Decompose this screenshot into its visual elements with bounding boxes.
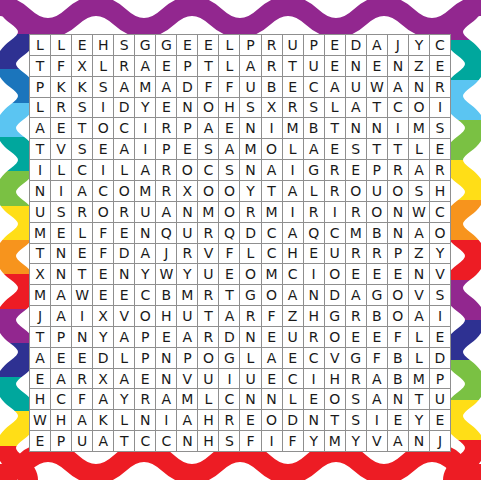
grid-cell[interactable]: N <box>388 202 408 222</box>
grid-cell[interactable]: R <box>72 369 92 389</box>
grid-cell[interactable]: A <box>304 139 324 159</box>
grid-cell[interactable]: P <box>304 35 324 55</box>
grid-cell[interactable]: C <box>135 285 155 305</box>
grid-cell[interactable]: E <box>430 56 450 76</box>
grid-cell[interactable]: Y <box>177 264 197 284</box>
grid-cell[interactable]: M <box>135 181 155 201</box>
grid-cell[interactable]: Y <box>409 35 429 55</box>
grid-cell[interactable]: M <box>262 264 282 284</box>
grid-cell[interactable]: N <box>135 223 155 243</box>
grid-cell[interactable]: R <box>283 98 303 118</box>
grid-cell[interactable]: U <box>240 369 260 389</box>
grid-cell[interactable]: S <box>430 118 450 138</box>
grid-cell[interactable]: N <box>388 56 408 76</box>
grid-cell[interactable]: R <box>325 160 345 180</box>
grid-cell[interactable]: I <box>262 118 282 138</box>
grid-cell[interactable]: N <box>240 118 260 138</box>
grid-cell[interactable]: Y <box>304 431 324 451</box>
grid-cell[interactable]: D <box>430 348 450 368</box>
grid-cell[interactable]: A <box>367 389 387 409</box>
grid-cell[interactable]: H <box>430 181 450 201</box>
grid-cell[interactable]: L <box>198 389 218 409</box>
grid-cell[interactable]: A <box>198 118 218 138</box>
grid-cell[interactable]: B <box>156 285 176 305</box>
grid-cell[interactable]: I <box>325 202 345 222</box>
grid-cell[interactable]: I <box>135 139 155 159</box>
grid-cell[interactable]: E <box>367 264 387 284</box>
grid-cell[interactable]: N <box>177 431 197 451</box>
grid-cell[interactable]: U <box>325 244 345 264</box>
grid-cell[interactable]: E <box>304 244 324 264</box>
grid-cell[interactable]: C <box>283 369 303 389</box>
grid-cell[interactable]: T <box>388 139 408 159</box>
grid-cell[interactable]: F <box>262 306 282 326</box>
grid-cell[interactable]: E <box>72 244 92 264</box>
grid-cell[interactable]: E <box>114 223 134 243</box>
grid-cell[interactable]: S <box>93 77 113 97</box>
grid-cell[interactable]: O <box>388 181 408 201</box>
grid-cell[interactable]: E <box>72 348 92 368</box>
grid-cell[interactable]: E <box>219 264 239 284</box>
grid-cell[interactable]: L <box>240 348 260 368</box>
grid-cell[interactable]: A <box>156 77 176 97</box>
grid-cell[interactable]: X <box>177 181 197 201</box>
grid-cell[interactable]: R <box>240 202 260 222</box>
grid-cell[interactable]: R <box>156 181 176 201</box>
grid-cell[interactable]: E <box>156 327 176 347</box>
grid-cell[interactable]: M <box>262 202 282 222</box>
grid-cell[interactable]: R <box>156 160 176 180</box>
grid-cell[interactable]: I <box>93 98 113 118</box>
grid-cell[interactable]: S <box>430 285 450 305</box>
grid-cell[interactable]: H <box>304 306 324 326</box>
grid-cell[interactable]: D <box>114 244 134 264</box>
grid-cell[interactable]: A <box>283 285 303 305</box>
grid-cell[interactable]: U <box>283 327 303 347</box>
grid-cell[interactable]: L <box>325 98 345 118</box>
grid-cell[interactable]: U <box>198 264 218 284</box>
grid-cell[interactable]: Y <box>346 431 366 451</box>
grid-cell[interactable]: Q <box>156 223 176 243</box>
grid-cell[interactable]: C <box>304 77 324 97</box>
grid-cell[interactable]: E <box>325 35 345 55</box>
grid-cell[interactable]: E <box>325 56 345 76</box>
grid-cell[interactable]: B <box>304 118 324 138</box>
grid-cell[interactable]: M <box>177 389 197 409</box>
grid-cell[interactable]: V <box>114 306 134 326</box>
grid-cell[interactable]: P <box>177 348 197 368</box>
grid-cell[interactable]: Y <box>135 98 155 118</box>
grid-cell[interactable]: K <box>51 77 71 97</box>
grid-cell[interactable]: F <box>219 77 239 97</box>
grid-cell[interactable]: I <box>156 410 176 430</box>
grid-cell[interactable]: M <box>346 223 366 243</box>
grid-cell[interactable]: E <box>51 223 71 243</box>
grid-cell[interactable]: R <box>51 98 71 118</box>
grid-cell[interactable]: R <box>325 181 345 201</box>
grid-cell[interactable]: A <box>283 181 303 201</box>
grid-cell[interactable]: O <box>93 118 113 138</box>
grid-cell[interactable]: W <box>409 202 429 222</box>
grid-cell[interactable]: A <box>409 160 429 180</box>
grid-cell[interactable]: E <box>346 264 366 284</box>
grid-cell[interactable]: N <box>156 348 176 368</box>
grid-cell[interactable]: V <box>409 285 429 305</box>
grid-cell[interactable]: A <box>156 202 176 222</box>
grid-cell[interactable]: C <box>304 348 324 368</box>
grid-cell[interactable]: R <box>346 202 366 222</box>
grid-cell[interactable]: U <box>72 431 92 451</box>
grid-cell[interactable]: E <box>30 369 50 389</box>
grid-cell[interactable]: O <box>325 389 345 409</box>
grid-cell[interactable]: R <box>114 202 134 222</box>
grid-cell[interactable]: P <box>135 348 155 368</box>
grid-cell[interactable]: R <box>367 244 387 264</box>
grid-cell[interactable]: E <box>93 285 113 305</box>
grid-cell[interactable]: W <box>367 77 387 97</box>
grid-cell[interactable]: A <box>114 139 134 159</box>
grid-cell[interactable]: R <box>430 160 450 180</box>
grid-cell[interactable]: R <box>304 202 324 222</box>
grid-cell[interactable]: T <box>30 244 50 264</box>
grid-cell[interactable]: A <box>135 160 155 180</box>
grid-cell[interactable]: S <box>240 98 260 118</box>
grid-cell[interactable]: C <box>135 431 155 451</box>
grid-cell[interactable]: T <box>30 139 50 159</box>
grid-cell[interactable]: P <box>367 160 387 180</box>
grid-cell[interactable]: O <box>93 202 113 222</box>
grid-cell[interactable]: E <box>198 35 218 55</box>
grid-cell[interactable]: T <box>367 139 387 159</box>
grid-cell[interactable]: T <box>325 118 345 138</box>
grid-cell[interactable]: Y <box>93 327 113 347</box>
grid-cell[interactable]: C <box>430 35 450 55</box>
grid-cell[interactable]: O <box>430 223 450 243</box>
grid-cell[interactable]: N <box>72 327 92 347</box>
grid-cell[interactable]: L <box>114 160 134 180</box>
grid-cell[interactable]: E <box>325 139 345 159</box>
grid-cell[interactable]: U <box>430 389 450 409</box>
grid-cell[interactable]: N <box>304 285 324 305</box>
grid-cell[interactable]: R <box>388 160 408 180</box>
grid-cell[interactable]: L <box>72 223 92 243</box>
grid-cell[interactable]: A <box>367 35 387 55</box>
grid-cell[interactable]: P <box>51 431 71 451</box>
grid-cell[interactable]: A <box>51 306 71 326</box>
grid-cell[interactable]: O <box>346 181 366 201</box>
grid-cell[interactable]: G <box>346 348 366 368</box>
grid-cell[interactable]: O <box>240 264 260 284</box>
grid-cell[interactable]: H <box>325 369 345 389</box>
grid-cell[interactable]: M <box>283 118 303 138</box>
grid-cell[interactable]: S <box>219 431 239 451</box>
grid-cell[interactable]: A <box>114 327 134 347</box>
grid-cell[interactable]: N <box>409 77 429 97</box>
grid-cell[interactable]: L <box>304 181 324 201</box>
grid-cell[interactable]: T <box>30 327 50 347</box>
grid-cell[interactable]: J <box>30 306 50 326</box>
grid-cell[interactable]: T <box>198 306 218 326</box>
grid-cell[interactable]: Y <box>430 244 450 264</box>
grid-cell[interactable]: N <box>177 202 197 222</box>
grid-cell[interactable]: A <box>346 98 366 118</box>
grid-cell[interactable]: V <box>177 369 197 389</box>
grid-cell[interactable]: O <box>177 160 197 180</box>
grid-cell[interactable]: A <box>156 389 176 409</box>
grid-cell[interactable]: N <box>51 264 71 284</box>
grid-cell[interactable]: Y <box>135 264 155 284</box>
grid-cell[interactable]: D <box>283 410 303 430</box>
grid-cell[interactable]: R <box>240 306 260 326</box>
grid-cell[interactable]: Z <box>409 244 429 264</box>
grid-cell[interactable]: U <box>30 202 50 222</box>
grid-cell[interactable]: O <box>198 181 218 201</box>
grid-cell[interactable]: O <box>388 306 408 326</box>
grid-cell[interactable]: D <box>93 348 113 368</box>
grid-cell[interactable]: F <box>367 348 387 368</box>
grid-cell[interactable]: H <box>30 389 50 409</box>
grid-cell[interactable]: A <box>135 56 155 76</box>
grid-cell[interactable]: M <box>325 431 345 451</box>
grid-cell[interactable]: U <box>346 77 366 97</box>
grid-cell[interactable]: O <box>325 264 345 284</box>
grid-cell[interactable]: L <box>240 244 260 264</box>
grid-cell[interactable]: J <box>156 244 176 264</box>
grid-cell[interactable]: Y <box>240 181 260 201</box>
grid-cell[interactable]: J <box>430 431 450 451</box>
grid-cell[interactable]: F <box>93 244 113 264</box>
grid-cell[interactable]: K <box>93 410 113 430</box>
grid-cell[interactable]: E <box>93 139 113 159</box>
grid-cell[interactable]: N <box>367 118 387 138</box>
grid-cell[interactable]: F <box>219 244 239 264</box>
grid-cell[interactable]: N <box>135 410 155 430</box>
grid-cell[interactable]: A <box>388 77 408 97</box>
grid-cell[interactable]: O <box>262 285 282 305</box>
grid-cell[interactable]: F <box>240 431 260 451</box>
grid-cell[interactable]: R <box>198 285 218 305</box>
grid-cell[interactable]: L <box>283 389 303 409</box>
grid-cell[interactable]: M <box>177 285 197 305</box>
grid-cell[interactable]: O <box>409 98 429 118</box>
grid-cell[interactable]: E <box>388 264 408 284</box>
grid-cell[interactable]: E <box>219 118 239 138</box>
grid-cell[interactable]: C <box>283 264 303 284</box>
grid-cell[interactable]: A <box>346 285 366 305</box>
grid-cell[interactable]: D <box>325 285 345 305</box>
grid-cell[interactable]: A <box>93 389 113 409</box>
grid-cell[interactable]: S <box>346 139 366 159</box>
grid-cell[interactable]: I <box>304 369 324 389</box>
grid-cell[interactable]: O <box>325 327 345 347</box>
grid-cell[interactable]: J <box>388 35 408 55</box>
grid-cell[interactable]: C <box>325 223 345 243</box>
grid-cell[interactable]: U <box>240 77 260 97</box>
grid-cell[interactable]: O <box>198 348 218 368</box>
grid-cell[interactable]: E <box>304 389 324 409</box>
grid-cell[interactable]: N <box>114 264 134 284</box>
grid-cell[interactable]: G <box>367 285 387 305</box>
grid-cell[interactable]: I <box>135 118 155 138</box>
grid-cell[interactable]: N <box>240 327 260 347</box>
grid-cell[interactable]: N <box>262 389 282 409</box>
grid-cell[interactable]: W <box>156 264 176 284</box>
grid-cell[interactable]: E <box>430 139 450 159</box>
grid-cell[interactable]: S <box>346 410 366 430</box>
grid-cell[interactable]: F <box>388 327 408 347</box>
grid-cell[interactable]: R <box>219 410 239 430</box>
grid-cell[interactable]: X <box>72 56 92 76</box>
grid-cell[interactable]: L <box>93 56 113 76</box>
grid-cell[interactable]: H <box>93 35 113 55</box>
grid-cell[interactable]: I <box>72 306 92 326</box>
grid-cell[interactable]: D <box>177 77 197 97</box>
grid-cell[interactable]: R <box>346 369 366 389</box>
grid-cell[interactable]: E <box>346 327 366 347</box>
grid-cell[interactable]: O <box>219 181 239 201</box>
grid-cell[interactable]: E <box>262 369 282 389</box>
grid-cell[interactable]: S <box>51 202 71 222</box>
grid-cell[interactable]: B <box>388 348 408 368</box>
grid-cell[interactable]: P <box>51 327 71 347</box>
grid-cell[interactable]: W <box>30 410 50 430</box>
grid-cell[interactable]: E <box>430 327 450 347</box>
grid-cell[interactable]: R <box>262 56 282 76</box>
grid-cell[interactable]: E <box>283 348 303 368</box>
grid-cell[interactable]: M <box>198 202 218 222</box>
grid-cell[interactable]: I <box>304 264 324 284</box>
grid-cell[interactable]: T <box>325 410 345 430</box>
grid-cell[interactable]: E <box>262 327 282 347</box>
grid-cell[interactable]: F <box>93 223 113 243</box>
grid-cell[interactable]: N <box>51 244 71 264</box>
grid-cell[interactable]: A <box>409 223 429 243</box>
grid-cell[interactable]: N <box>240 389 260 409</box>
grid-cell[interactable]: P <box>177 118 197 138</box>
grid-cell[interactable]: E <box>430 410 450 430</box>
grid-cell[interactable]: O <box>388 285 408 305</box>
grid-cell[interactable]: W <box>72 285 92 305</box>
grid-cell[interactable]: T <box>409 389 429 409</box>
grid-cell[interactable]: H <box>283 244 303 264</box>
grid-cell[interactable]: L <box>30 35 50 55</box>
grid-cell[interactable]: I <box>93 160 113 180</box>
grid-cell[interactable]: A <box>135 244 155 264</box>
grid-cell[interactable]: Y <box>114 389 134 409</box>
grid-cell[interactable]: X <box>93 306 113 326</box>
grid-cell[interactable]: Z <box>409 56 429 76</box>
grid-cell[interactable]: N <box>388 223 408 243</box>
grid-cell[interactable]: A <box>51 285 71 305</box>
grid-cell[interactable]: O <box>135 306 155 326</box>
grid-cell[interactable]: L <box>283 139 303 159</box>
grid-cell[interactable]: A <box>283 223 303 243</box>
grid-cell[interactable]: U <box>367 181 387 201</box>
grid-cell[interactable]: E <box>51 118 71 138</box>
grid-cell[interactable]: G <box>219 348 239 368</box>
grid-cell[interactable]: O <box>198 98 218 118</box>
grid-cell[interactable]: P <box>388 244 408 264</box>
grid-cell[interactable]: L <box>409 327 429 347</box>
grid-cell[interactable]: G <box>135 35 155 55</box>
grid-cell[interactable]: M <box>409 118 429 138</box>
grid-cell[interactable]: A <box>367 369 387 389</box>
grid-cell[interactable]: E <box>135 369 155 389</box>
grid-cell[interactable]: L <box>409 139 429 159</box>
grid-cell[interactable]: C <box>51 389 71 409</box>
grid-cell[interactable]: O <box>114 181 134 201</box>
grid-cell[interactable]: R <box>114 56 134 76</box>
grid-cell[interactable]: P <box>430 369 450 389</box>
grid-cell[interactable]: E <box>177 35 197 55</box>
grid-cell[interactable]: N <box>30 181 50 201</box>
grid-cell[interactable]: B <box>262 77 282 97</box>
grid-cell[interactable]: R <box>304 327 324 347</box>
grid-cell[interactable]: D <box>219 327 239 347</box>
grid-cell[interactable]: O <box>262 139 282 159</box>
grid-cell[interactable]: E <box>240 410 260 430</box>
grid-cell[interactable]: A <box>177 410 197 430</box>
grid-cell[interactable]: E <box>177 139 197 159</box>
grid-cell[interactable]: U <box>177 306 197 326</box>
grid-cell[interactable]: X <box>262 98 282 118</box>
grid-cell[interactable]: E <box>367 327 387 347</box>
grid-cell[interactable]: G <box>240 285 260 305</box>
grid-cell[interactable]: I <box>388 118 408 138</box>
grid-cell[interactable]: E <box>30 431 50 451</box>
grid-cell[interactable]: I <box>30 160 50 180</box>
grid-cell[interactable]: A <box>72 181 92 201</box>
grid-cell[interactable]: R <box>262 35 282 55</box>
grid-cell[interactable]: C <box>156 431 176 451</box>
grid-cell[interactable]: U <box>198 369 218 389</box>
grid-cell[interactable]: A <box>30 348 50 368</box>
grid-cell[interactable]: C <box>430 202 450 222</box>
grid-cell[interactable]: U <box>283 35 303 55</box>
grid-cell[interactable]: A <box>51 369 71 389</box>
grid-cell[interactable]: M <box>30 223 50 243</box>
grid-cell[interactable]: R <box>72 202 92 222</box>
grid-cell[interactable]: L <box>219 35 239 55</box>
grid-cell[interactable]: N <box>346 118 366 138</box>
grid-cell[interactable]: O <box>262 410 282 430</box>
grid-cell[interactable]: A <box>219 139 239 159</box>
grid-cell[interactable]: E <box>283 77 303 97</box>
grid-cell[interactable]: N <box>388 389 408 409</box>
grid-cell[interactable]: A <box>219 306 239 326</box>
grid-cell[interactable]: E <box>93 264 113 284</box>
grid-cell[interactable]: E <box>114 285 134 305</box>
grid-cell[interactable]: C <box>198 160 218 180</box>
grid-cell[interactable]: N <box>346 56 366 76</box>
grid-cell[interactable]: U <box>304 56 324 76</box>
grid-cell[interactable]: A <box>72 410 92 430</box>
grid-cell[interactable]: I <box>367 410 387 430</box>
grid-cell[interactable]: Q <box>304 223 324 243</box>
grid-cell[interactable]: S <box>114 35 134 55</box>
grid-cell[interactable]: A <box>262 160 282 180</box>
grid-cell[interactable]: C <box>262 244 282 264</box>
grid-cell[interactable]: B <box>367 223 387 243</box>
grid-cell[interactable]: T <box>30 56 50 76</box>
grid-cell[interactable]: A <box>177 327 197 347</box>
grid-cell[interactable]: A <box>93 431 113 451</box>
grid-cell[interactable]: F <box>283 431 303 451</box>
grid-cell[interactable]: F <box>198 77 218 97</box>
grid-cell[interactable]: Y <box>409 410 429 430</box>
grid-cell[interactable]: U <box>135 202 155 222</box>
grid-cell[interactable]: M <box>30 285 50 305</box>
